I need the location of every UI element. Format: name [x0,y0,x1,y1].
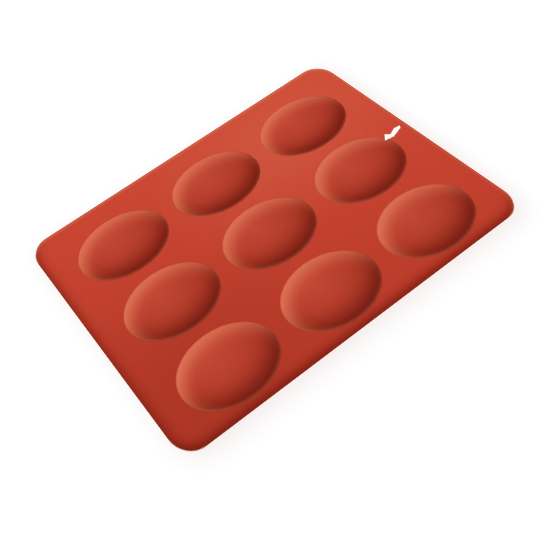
cavity-grid [28,63,318,250]
product-photo [0,0,550,550]
silicone-mold [28,63,525,462]
